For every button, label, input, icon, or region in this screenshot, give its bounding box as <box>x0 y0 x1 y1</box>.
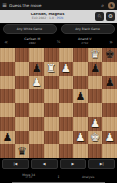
square-a7[interactable] <box>0 62 15 76</box>
piece-black-pawn: ♟ <box>76 91 86 102</box>
app-title: Guess the move <box>9 3 99 8</box>
square-f2[interactable]: ♟ <box>73 131 88 145</box>
square-e7[interactable]: ♟ <box>59 62 74 76</box>
move-nav-bar: |◀ ◀ ▶ ▶| <box>0 158 117 170</box>
piece-white-king: ♚ <box>90 132 100 143</box>
square-c5[interactable] <box>29 89 44 103</box>
game-subtitle-text: ELO 2882 · 1-0 · <box>32 16 57 20</box>
square-b2[interactable] <box>15 131 30 145</box>
search-icon[interactable]: ⌕ <box>101 3 104 8</box>
piece-black-king: ♚ <box>105 49 115 60</box>
square-e8[interactable] <box>59 48 74 62</box>
square-f4[interactable] <box>73 103 88 117</box>
square-d3[interactable] <box>44 117 59 131</box>
square-e6[interactable] <box>59 76 74 90</box>
square-f7[interactable] <box>73 62 88 76</box>
square-a2[interactable]: ♟ <box>0 131 15 145</box>
square-h6[interactable]: ♟ <box>102 76 117 90</box>
square-d2[interactable] <box>44 131 59 145</box>
board: ♛♚♟♜♟♟♟♟♟♟♟♟♚♟♛ <box>0 48 117 158</box>
go-to-end-button[interactable]: ▶| <box>88 159 115 169</box>
next-game-icon[interactable]: » <box>107 39 115 45</box>
square-d7[interactable]: ♜ <box>44 62 59 76</box>
square-d8[interactable] <box>44 48 59 62</box>
square-b8[interactable] <box>15 48 30 62</box>
piece-white-pawn: ♟ <box>105 132 115 143</box>
flip-board-button[interactable]: ♘ <box>95 12 104 21</box>
white-player-block: Carlsen M 2882 <box>10 38 55 44</box>
go-to-start-button[interactable]: |◀ <box>2 159 29 169</box>
move-back-button[interactable]: ◀ <box>31 159 58 169</box>
square-g3[interactable]: ♟ <box>88 117 103 131</box>
square-b7[interactable] <box>15 62 30 76</box>
any-white-game-button[interactable]: Any White Game <box>3 24 57 34</box>
players-bar: « Carlsen M 2882 ½ Anand V 2792 » <box>0 35 117 48</box>
square-f8[interactable] <box>73 48 88 62</box>
top-app-bar: ≡ Guess the move ⌕ ♞ <box>0 0 117 10</box>
square-h4[interactable] <box>102 103 117 117</box>
square-d4[interactable] <box>44 103 59 117</box>
piece-white-pawn: ♟ <box>90 118 100 129</box>
piece-black-queen: ♛ <box>17 146 27 157</box>
status-bar: Move 34 of 40 ↕ Analysis <box>0 170 117 183</box>
white-player-rating: 2882 <box>10 42 55 45</box>
square-g8[interactable]: ♛ <box>88 48 103 62</box>
square-h2[interactable]: ♟ <box>102 131 117 145</box>
game-subtitle-link[interactable]: PGN <box>57 16 63 20</box>
square-f1[interactable] <box>73 144 88 158</box>
hamburger-menu-icon[interactable]: ≡ <box>2 2 7 8</box>
square-c2[interactable] <box>29 131 44 145</box>
game-subtitle: ELO 2882 · 1-0 · PGN <box>2 17 93 20</box>
square-c4[interactable] <box>29 103 44 117</box>
square-b3[interactable] <box>15 117 30 131</box>
game-info-card: Carlsen, Magnus ELO 2882 · 1-0 · PGN ♘ ⚙ <box>0 10 117 23</box>
square-a5[interactable] <box>0 89 15 103</box>
piece-white-queen: ♛ <box>90 49 100 60</box>
square-g1[interactable] <box>88 144 103 158</box>
avatar[interactable]: ♞ <box>108 2 115 9</box>
square-b6[interactable] <box>15 76 30 90</box>
square-c7[interactable]: ♟ <box>29 62 44 76</box>
progress-line <box>12 182 105 183</box>
settings-button[interactable]: ⚙ <box>106 12 115 21</box>
piece-white-pawn: ♟ <box>32 77 42 88</box>
square-f3[interactable] <box>73 117 88 131</box>
square-e5[interactable] <box>59 89 74 103</box>
black-player-block: Anand V 2792 <box>63 38 108 44</box>
square-g2[interactable]: ♚ <box>88 131 103 145</box>
square-e2[interactable] <box>59 131 74 145</box>
square-b4[interactable] <box>15 103 30 117</box>
square-a3[interactable] <box>0 117 15 131</box>
square-e4[interactable] <box>59 103 74 117</box>
square-h5[interactable] <box>102 89 117 103</box>
square-g7[interactable]: ♟ <box>88 62 103 76</box>
move-counter-block: Move 34 of 40 <box>4 174 54 180</box>
square-f5[interactable]: ♟ <box>73 89 88 103</box>
move-forward-button[interactable]: ▶ <box>60 159 87 169</box>
prev-game-icon[interactable]: « <box>2 39 10 45</box>
square-a6[interactable] <box>0 76 15 90</box>
black-player-rating: 2792 <box>63 42 108 45</box>
square-h1[interactable] <box>102 144 117 158</box>
any-black-game-button[interactable]: Any Black Game <box>61 24 115 34</box>
expand-panel-icon[interactable]: ↕ <box>54 175 64 179</box>
piece-black-pawn: ♟ <box>32 63 42 74</box>
square-c8[interactable] <box>29 48 44 62</box>
square-c6[interactable]: ♟ <box>29 76 44 90</box>
square-f6[interactable] <box>73 76 88 90</box>
piece-white-pawn: ♟ <box>76 132 86 143</box>
square-e3[interactable] <box>59 117 74 131</box>
square-e1[interactable] <box>59 144 74 158</box>
piece-white-pawn: ♟ <box>61 63 71 74</box>
square-c1[interactable] <box>29 144 44 158</box>
square-h8[interactable]: ♚ <box>102 48 117 62</box>
move-counter-line2: of 40 <box>4 177 54 180</box>
square-b1[interactable]: ♛ <box>15 144 30 158</box>
square-a4[interactable] <box>0 103 15 117</box>
square-h3[interactable] <box>102 117 117 131</box>
square-d5[interactable] <box>44 89 59 103</box>
game-info-text: Carlsen, Magnus ELO 2882 · 1-0 · PGN <box>2 13 93 20</box>
piece-black-pawn: ♟ <box>2 132 12 143</box>
square-a8[interactable] <box>0 48 15 62</box>
piece-black-pawn: ♟ <box>105 77 115 88</box>
square-g6[interactable] <box>88 76 103 90</box>
square-c3[interactable] <box>29 117 44 131</box>
result-badge: ½ <box>55 40 63 44</box>
game-select-row: Any White Game Any Black Game <box>0 23 117 35</box>
square-g5[interactable] <box>88 89 103 103</box>
square-d1[interactable] <box>44 144 59 158</box>
piece-white-rook: ♜ <box>46 63 56 74</box>
app-window: ≡ Guess the move ⌕ ♞ Carlsen, Magnus ELO… <box>0 0 117 183</box>
square-g4[interactable] <box>88 103 103 117</box>
piece-black-pawn: ♟ <box>90 63 100 74</box>
square-d6[interactable] <box>44 76 59 90</box>
analysis-label: Analysis <box>64 175 114 179</box>
square-a1[interactable] <box>0 144 15 158</box>
square-h7[interactable] <box>102 62 117 76</box>
square-b5[interactable] <box>15 89 30 103</box>
